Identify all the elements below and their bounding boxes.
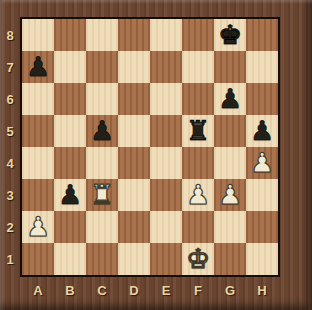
square-a5[interactable] [22, 115, 54, 147]
piece-white-king[interactable]: ♚ [186, 245, 210, 272]
square-d1[interactable] [118, 243, 150, 275]
piece-white-pawn[interactable]: ♟ [186, 181, 210, 208]
square-g8[interactable]: ♚ [214, 19, 246, 51]
piece-white-rook[interactable]: ♜ [90, 181, 114, 208]
square-f8[interactable] [182, 19, 214, 51]
square-c2[interactable] [86, 211, 118, 243]
file-label-g: G [214, 280, 246, 300]
square-f3[interactable]: ♟ [182, 179, 214, 211]
square-f6[interactable] [182, 83, 214, 115]
file-label-b: B [54, 280, 86, 300]
square-b4[interactable] [54, 147, 86, 179]
square-h8[interactable] [246, 19, 278, 51]
square-a8[interactable] [22, 19, 54, 51]
square-d2[interactable] [118, 211, 150, 243]
square-f5[interactable]: ♜ [182, 115, 214, 147]
square-e8[interactable] [150, 19, 182, 51]
square-a7[interactable]: ♟ [22, 51, 54, 83]
piece-white-pawn[interactable]: ♟ [250, 149, 274, 176]
square-a2[interactable]: ♟ [22, 211, 54, 243]
square-d5[interactable] [118, 115, 150, 147]
square-a1[interactable] [22, 243, 54, 275]
square-b5[interactable] [54, 115, 86, 147]
square-c4[interactable] [86, 147, 118, 179]
square-g2[interactable] [214, 211, 246, 243]
square-g1[interactable] [214, 243, 246, 275]
file-label-c: C [86, 280, 118, 300]
piece-black-pawn[interactable]: ♟ [58, 181, 82, 208]
square-b6[interactable] [54, 83, 86, 115]
square-h2[interactable] [246, 211, 278, 243]
square-b7[interactable] [54, 51, 86, 83]
square-e2[interactable] [150, 211, 182, 243]
square-d8[interactable] [118, 19, 150, 51]
square-c7[interactable] [86, 51, 118, 83]
square-a6[interactable] [22, 83, 54, 115]
square-b1[interactable] [54, 243, 86, 275]
square-h1[interactable] [246, 243, 278, 275]
square-c1[interactable] [86, 243, 118, 275]
square-b2[interactable] [54, 211, 86, 243]
rank-label-8: 8 [2, 19, 18, 51]
file-label-e: E [150, 280, 182, 300]
square-e1[interactable] [150, 243, 182, 275]
rank-label-7: 7 [2, 51, 18, 83]
square-f1[interactable]: ♚ [182, 243, 214, 275]
chess-board: ♚♟♟♟♜♟♟♟♜♟♟♟♚ [20, 17, 280, 277]
square-c6[interactable] [86, 83, 118, 115]
chess-diagram: ♚♟♟♟♜♟♟♟♜♟♟♟♚ 87654321ABCDEFGH [0, 0, 312, 310]
rank-label-4: 4 [2, 147, 18, 179]
square-c3[interactable]: ♜ [86, 179, 118, 211]
square-h3[interactable] [246, 179, 278, 211]
file-label-d: D [118, 280, 150, 300]
piece-white-pawn[interactable]: ♟ [218, 181, 242, 208]
square-e7[interactable] [150, 51, 182, 83]
square-e5[interactable] [150, 115, 182, 147]
piece-black-king[interactable]: ♚ [218, 21, 242, 48]
square-h6[interactable] [246, 83, 278, 115]
square-d4[interactable] [118, 147, 150, 179]
file-label-a: A [22, 280, 54, 300]
square-e3[interactable] [150, 179, 182, 211]
file-label-f: F [182, 280, 214, 300]
square-a4[interactable] [22, 147, 54, 179]
square-e4[interactable] [150, 147, 182, 179]
square-d3[interactable] [118, 179, 150, 211]
square-b8[interactable] [54, 19, 86, 51]
square-g3[interactable]: ♟ [214, 179, 246, 211]
square-f7[interactable] [182, 51, 214, 83]
rank-label-1: 1 [2, 243, 18, 275]
rank-label-3: 3 [2, 179, 18, 211]
square-h4[interactable]: ♟ [246, 147, 278, 179]
square-d7[interactable] [118, 51, 150, 83]
piece-white-pawn[interactable]: ♟ [26, 213, 50, 240]
piece-black-pawn[interactable]: ♟ [250, 117, 274, 144]
piece-black-rook[interactable]: ♜ [186, 117, 210, 144]
piece-black-pawn[interactable]: ♟ [26, 53, 50, 80]
rank-label-2: 2 [2, 211, 18, 243]
square-h7[interactable] [246, 51, 278, 83]
square-g7[interactable] [214, 51, 246, 83]
square-h5[interactable]: ♟ [246, 115, 278, 147]
square-c5[interactable]: ♟ [86, 115, 118, 147]
piece-black-pawn[interactable]: ♟ [218, 85, 242, 112]
file-label-h: H [246, 280, 278, 300]
square-a3[interactable] [22, 179, 54, 211]
square-g6[interactable]: ♟ [214, 83, 246, 115]
square-b3[interactable]: ♟ [54, 179, 86, 211]
rank-label-6: 6 [2, 83, 18, 115]
rank-label-5: 5 [2, 115, 18, 147]
square-g4[interactable] [214, 147, 246, 179]
square-f4[interactable] [182, 147, 214, 179]
square-d6[interactable] [118, 83, 150, 115]
square-c8[interactable] [86, 19, 118, 51]
square-f2[interactable] [182, 211, 214, 243]
square-e6[interactable] [150, 83, 182, 115]
square-g5[interactable] [214, 115, 246, 147]
piece-black-pawn[interactable]: ♟ [90, 117, 114, 144]
